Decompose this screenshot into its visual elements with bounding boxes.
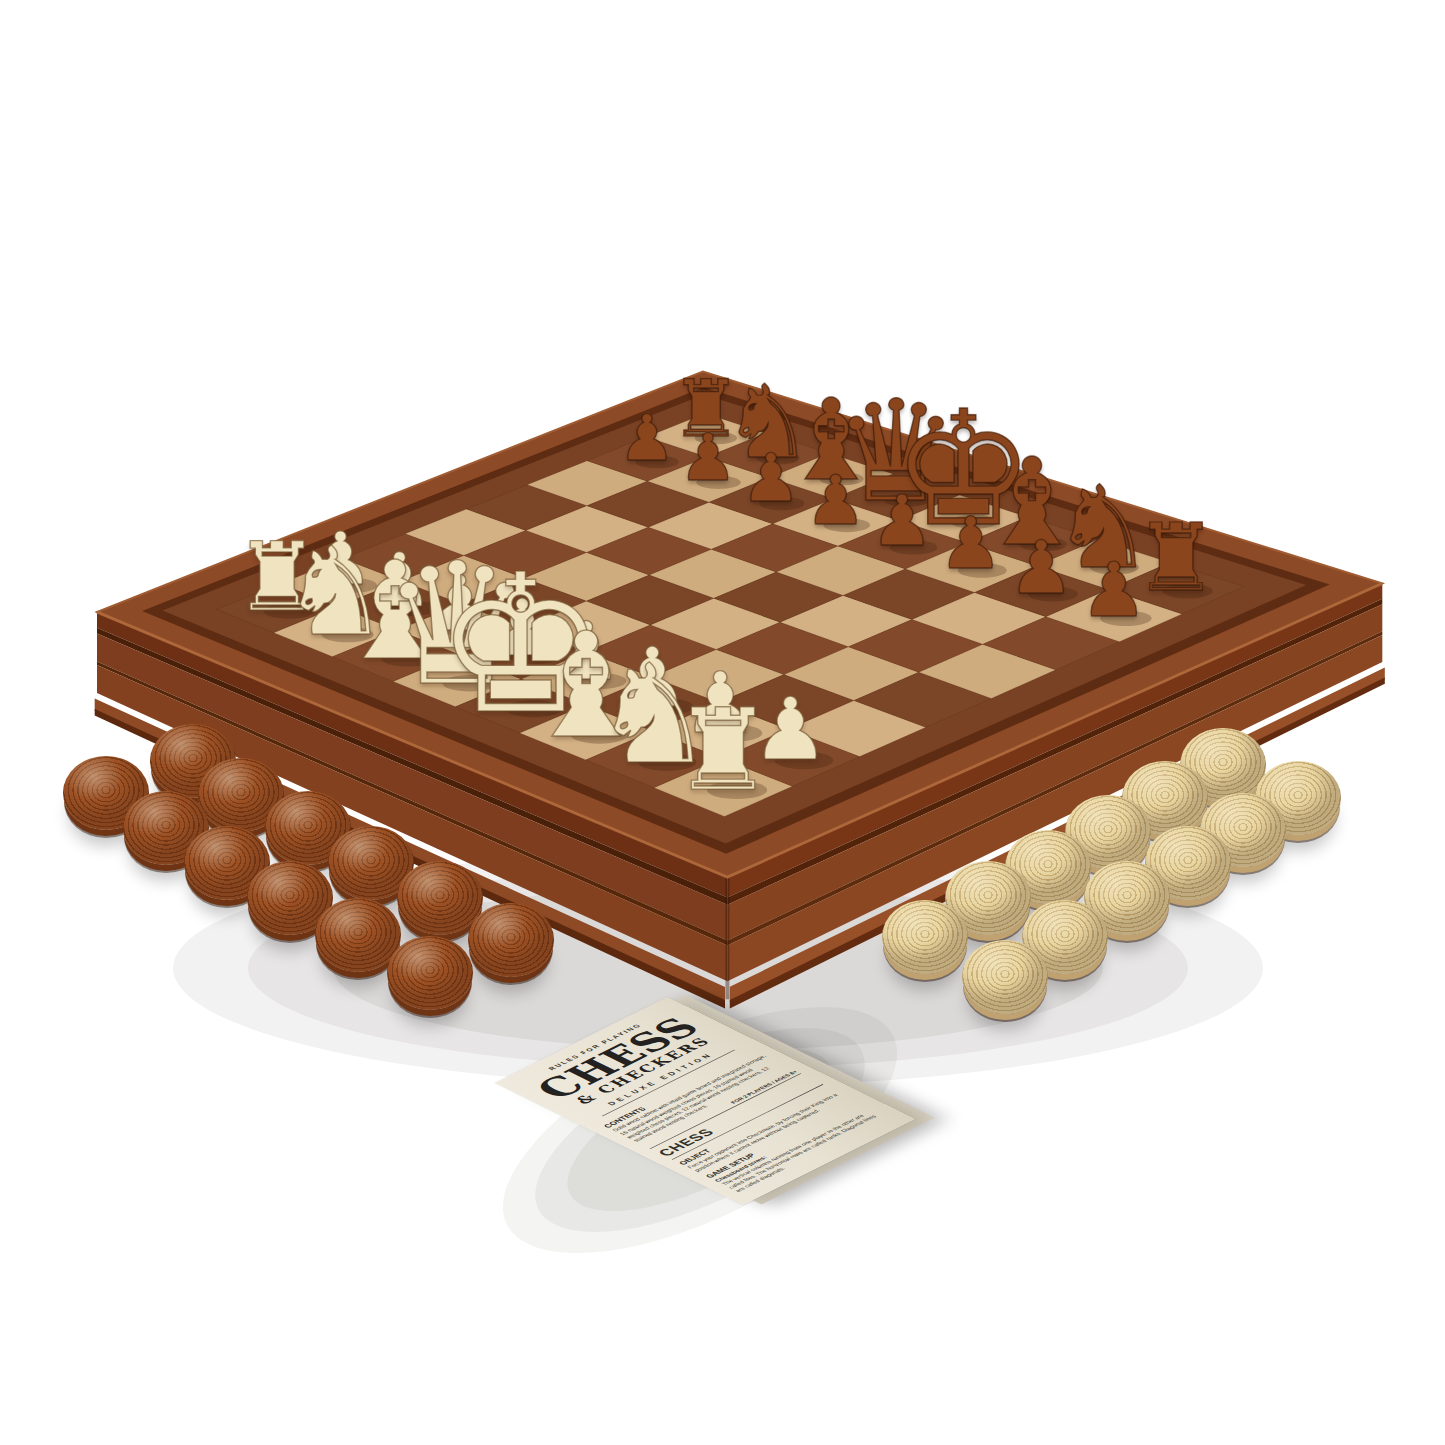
product-photo-stage: ♜♞♟♝♟♛♟♚♟♝♟♞♟♟♜♟♟♜♟♟♞♟♝♟♛♟♚♟♝♟♞♜ RULES F… xyxy=(0,0,1445,1445)
checker-natural-10[interactable] xyxy=(882,900,968,974)
checker-brown-11[interactable] xyxy=(468,903,554,977)
checkers-layer xyxy=(0,0,1445,1445)
checker-brown-12[interactable] xyxy=(387,936,473,1010)
checker-brown-9[interactable] xyxy=(397,861,483,935)
checker-natural-12[interactable] xyxy=(962,940,1048,1014)
